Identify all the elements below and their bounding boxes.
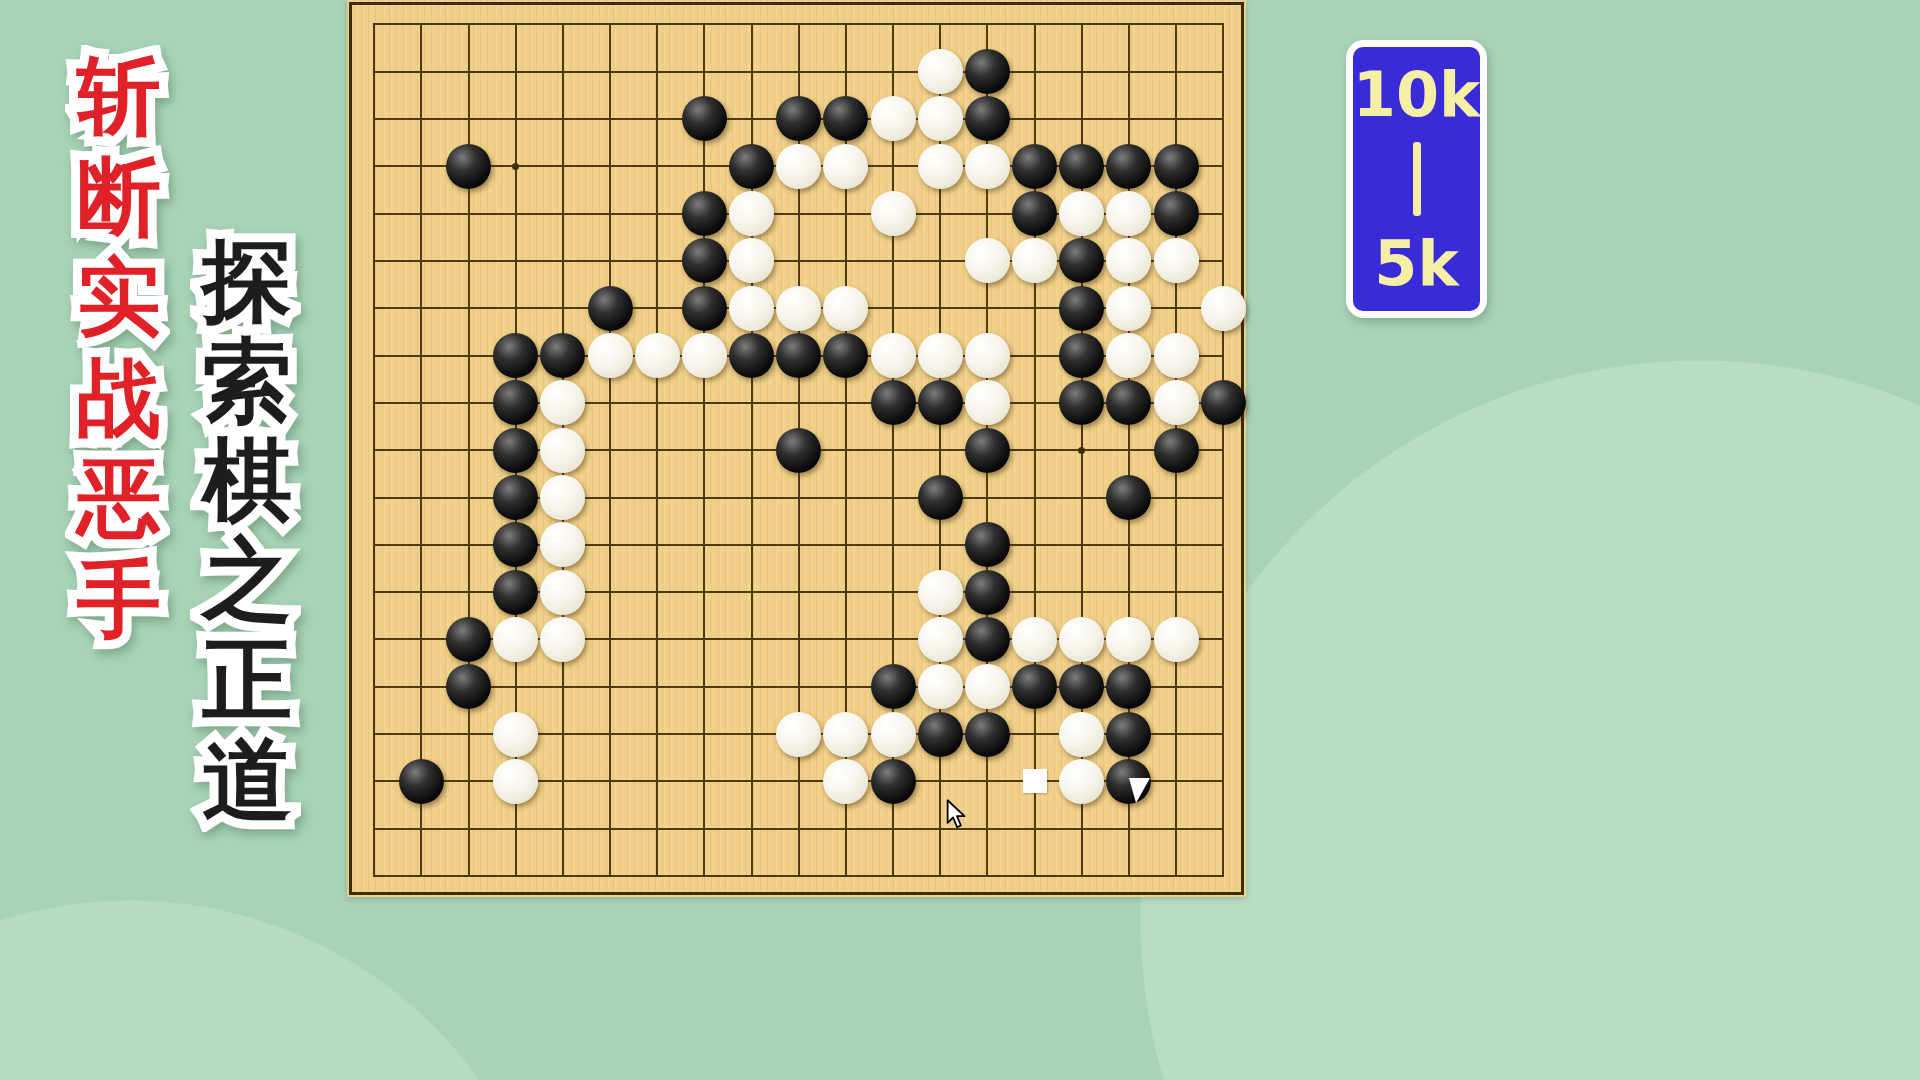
black-stone [1059,144,1104,189]
white-stone [918,49,963,94]
white-stone [823,286,868,331]
white-stone [918,333,963,378]
white-stone [540,570,585,615]
black-stone [729,144,774,189]
white-stone [823,759,868,804]
black-stone [493,428,538,473]
black-stone [493,333,538,378]
white-stone [493,759,538,804]
white-stone [1154,238,1199,283]
black-stone [588,286,633,331]
white-stone [965,238,1010,283]
white-stone [823,712,868,757]
white-stone [1012,238,1057,283]
white-stone [1106,238,1151,283]
black-stone [965,712,1010,757]
white-stone [871,712,916,757]
star-point [512,163,519,170]
white-stone [918,570,963,615]
black-stone [965,617,1010,662]
white-square-marker [1023,769,1047,793]
white-stone [729,191,774,236]
white-stone [918,664,963,709]
black-stone [682,191,727,236]
black-stone [1154,191,1199,236]
black-stone [729,333,774,378]
white-stone [776,286,821,331]
black-stone [871,759,916,804]
white-stone [540,380,585,425]
black-stone [965,428,1010,473]
white-stone [540,475,585,520]
white-stone [493,617,538,662]
black-stone [1106,759,1151,804]
title-column-red: 斩断实战恶手 [69,46,169,649]
white-stone [1154,333,1199,378]
grid-hline [373,875,1224,877]
title-char: 斩 [69,46,169,147]
black-stone [871,380,916,425]
white-stone [1059,759,1104,804]
star-point [1078,447,1085,454]
title-char: 正 [194,630,300,730]
black-stone [823,333,868,378]
black-stone [871,664,916,709]
black-stone [1059,380,1104,425]
white-stone [635,333,680,378]
black-stone [1059,664,1104,709]
black-stone [1012,191,1057,236]
black-stone [682,238,727,283]
go-board[interactable] [347,0,1246,897]
white-stone [493,712,538,757]
black-stone [493,380,538,425]
title-char: 实 [69,247,169,348]
black-stone [776,333,821,378]
white-stone [729,286,774,331]
title-char: 探 [194,231,300,331]
title-char: 战 [69,348,169,449]
black-stone [823,96,868,141]
title-column-black: 探索棋之正道 [194,231,300,829]
black-stone [965,570,1010,615]
white-stone [965,380,1010,425]
white-stone [965,144,1010,189]
black-stone [918,712,963,757]
white-stone [1154,617,1199,662]
black-stone [965,522,1010,567]
white-stone [588,333,633,378]
white-stone [540,522,585,567]
black-stone [1059,238,1104,283]
rank-badge-inner: 10k 5k [1353,47,1480,311]
black-stone [918,380,963,425]
title-char: 断 [69,147,169,248]
white-stone [729,238,774,283]
black-stone [446,617,491,662]
title-char: 手 [69,549,169,650]
white-stone [965,664,1010,709]
white-stone [1106,617,1151,662]
black-stone [1154,144,1199,189]
white-stone [1106,191,1151,236]
black-stone [446,144,491,189]
black-stone [1154,428,1199,473]
title-char: 恶 [69,448,169,549]
black-stone [776,96,821,141]
black-stone [1059,333,1104,378]
rank-badge-bottom: 5k [1374,233,1458,295]
white-stone [776,712,821,757]
white-stone [1106,286,1151,331]
black-stone [682,286,727,331]
white-stone [871,96,916,141]
black-stone [1106,664,1151,709]
rank-badge: 10k 5k [1346,40,1487,318]
black-stone [1012,144,1057,189]
black-stone [1059,286,1104,331]
black-stone [918,475,963,520]
black-stone [965,96,1010,141]
black-stone [493,522,538,567]
white-stone [918,617,963,662]
black-stone [1201,380,1246,425]
rank-badge-top: 10k [1353,64,1481,126]
white-stone [1059,191,1104,236]
black-stone [1012,664,1057,709]
black-stone [1106,380,1151,425]
white-stone [1059,712,1104,757]
white-stone [682,333,727,378]
black-stone [493,475,538,520]
black-stone [1106,475,1151,520]
black-stone [493,570,538,615]
white-stone [776,144,821,189]
rank-badge-separator-bar [1413,142,1421,216]
white-stone [871,333,916,378]
black-stone [965,49,1010,94]
title-char: 索 [194,331,300,431]
black-stone [446,664,491,709]
title-char: 之 [194,530,300,630]
white-stone [1106,333,1151,378]
white-stone [918,96,963,141]
black-stone [399,759,444,804]
black-stone [776,428,821,473]
white-stone [1154,380,1199,425]
black-stone [1106,712,1151,757]
white-stone [540,428,585,473]
white-stone [823,144,868,189]
white-stone [871,191,916,236]
black-stone [540,333,585,378]
title-char: 道 [194,730,300,830]
black-stone [682,96,727,141]
white-stone [965,333,1010,378]
white-stone [1059,617,1104,662]
white-stone [918,144,963,189]
white-stone [540,617,585,662]
black-stone [1106,144,1151,189]
grid-vline [1222,23,1224,877]
white-stone [1012,617,1057,662]
title-char: 棋 [194,430,300,530]
white-stone [1201,286,1246,331]
grid-hline [373,828,1224,830]
